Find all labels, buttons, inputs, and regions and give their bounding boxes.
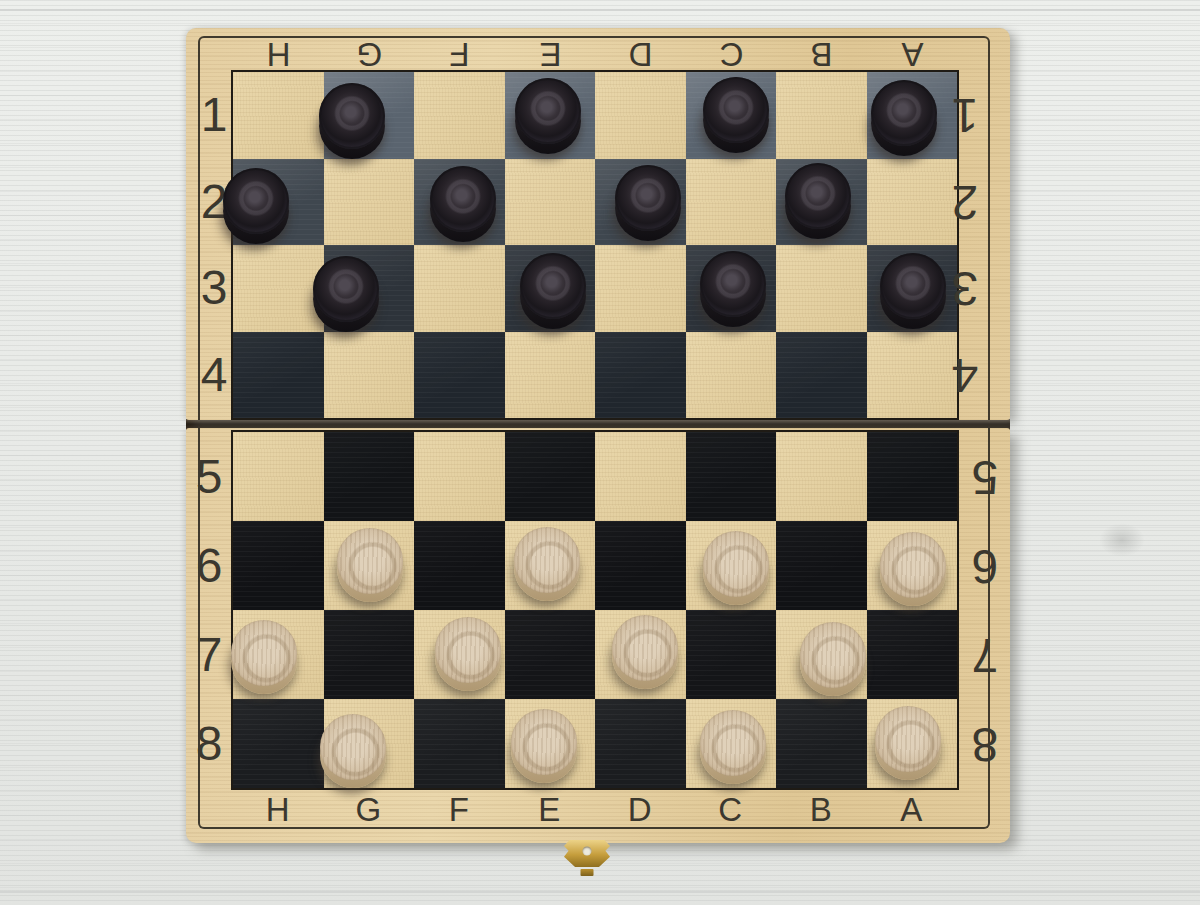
square-H5[interactable] — [233, 432, 324, 521]
rank-label-right-1: 1 — [952, 91, 979, 139]
file-label-top-E: E — [538, 38, 561, 71]
file-label-top-F: F — [449, 38, 470, 71]
rank-label-right-3: 3 — [952, 264, 979, 312]
square-B5[interactable] — [776, 432, 867, 521]
square-H3[interactable] — [233, 245, 324, 332]
dark-checker-E1[interactable] — [515, 78, 581, 156]
rank-label-right-8: 8 — [972, 720, 999, 768]
dark-checker-D2[interactable] — [615, 165, 681, 243]
square-H4[interactable] — [233, 332, 324, 419]
checker-ring — [319, 83, 385, 149]
file-label-bottom-D: D — [628, 793, 653, 826]
file-label-bottom-H: H — [266, 793, 291, 826]
file-label-bottom-F: F — [449, 793, 470, 826]
square-D1[interactable] — [595, 72, 686, 159]
light-checker-F7[interactable] — [435, 617, 501, 695]
light-checker-C8[interactable] — [700, 710, 766, 788]
square-F6[interactable] — [414, 521, 505, 610]
light-checker-B7[interactable] — [800, 622, 866, 700]
square-C5[interactable] — [686, 432, 777, 521]
dark-checker-E3[interactable] — [520, 253, 586, 331]
rank-label-right-5: 5 — [972, 453, 999, 501]
square-H8[interactable] — [233, 699, 324, 788]
light-checker-A8[interactable] — [875, 706, 941, 784]
rank-label-left-5: 5 — [196, 453, 223, 501]
rank-label-right-2: 2 — [952, 178, 979, 226]
file-label-bottom-E: E — [538, 793, 561, 826]
dark-checker-A1[interactable] — [871, 80, 937, 158]
brass-clasp-body — [564, 840, 610, 867]
light-checker-G6[interactable] — [337, 528, 403, 606]
checker-ring — [515, 78, 581, 144]
square-F8[interactable] — [414, 699, 505, 788]
checker-ring — [320, 714, 386, 780]
brass-clasp-tab — [581, 869, 594, 876]
square-B4[interactable] — [776, 332, 867, 419]
light-checker-C6[interactable] — [703, 531, 769, 609]
square-G7[interactable] — [324, 610, 415, 699]
square-F3[interactable] — [414, 245, 505, 332]
checker-ring — [612, 615, 678, 681]
square-C2[interactable] — [686, 159, 777, 246]
rank-label-left-6: 6 — [196, 542, 223, 590]
checker-ring — [880, 532, 946, 598]
light-checker-E6[interactable] — [514, 527, 580, 605]
file-label-bottom-A: A — [900, 793, 923, 826]
checker-ring — [700, 710, 766, 776]
square-G4[interactable] — [324, 332, 415, 419]
square-E5[interactable] — [505, 432, 596, 521]
file-label-bottom-C: C — [718, 793, 743, 826]
square-G2[interactable] — [324, 159, 415, 246]
square-F5[interactable] — [414, 432, 505, 521]
checker-ring — [514, 527, 580, 593]
checker-ring — [880, 253, 946, 319]
checker-ring — [700, 251, 766, 317]
checker-ring — [430, 166, 496, 232]
rank-label-right-7: 7 — [972, 631, 999, 679]
rank-label-left-1: 1 — [201, 91, 228, 139]
checker-ring — [703, 77, 769, 143]
brass-clasp-hole — [583, 846, 592, 855]
square-C7[interactable] — [686, 610, 777, 699]
rank-label-left-7: 7 — [196, 631, 223, 679]
light-checker-G8[interactable] — [320, 714, 386, 792]
square-E7[interactable] — [505, 610, 596, 699]
file-label-bottom-G: G — [355, 793, 382, 826]
file-label-top-D: D — [628, 38, 653, 71]
square-E4[interactable] — [505, 332, 596, 419]
checker-ring — [785, 163, 851, 229]
file-label-top-B: B — [810, 38, 833, 71]
checker-ring — [615, 165, 681, 231]
checker-ring — [800, 622, 866, 688]
checker-ring — [520, 253, 586, 319]
square-D4[interactable] — [595, 332, 686, 419]
file-label-top-C: C — [718, 38, 743, 71]
light-checker-E8[interactable] — [511, 709, 577, 787]
square-D5[interactable] — [595, 432, 686, 521]
dark-checker-B2[interactable] — [785, 163, 851, 241]
dark-checker-G1[interactable] — [319, 83, 385, 161]
square-H1[interactable] — [233, 72, 324, 159]
rank-label-left-8: 8 — [196, 720, 223, 768]
square-A2[interactable] — [867, 159, 958, 246]
checker-ring — [337, 528, 403, 594]
dark-checker-G3[interactable] — [313, 256, 379, 334]
square-F4[interactable] — [414, 332, 505, 419]
checker-ring — [435, 617, 501, 683]
square-D8[interactable] — [595, 699, 686, 788]
square-B3[interactable] — [776, 245, 867, 332]
square-A7[interactable] — [867, 610, 958, 699]
file-label-top-G: G — [355, 38, 382, 71]
rank-label-right-6: 6 — [972, 542, 999, 590]
dark-checker-A3[interactable] — [880, 253, 946, 331]
square-C4[interactable] — [686, 332, 777, 419]
dark-checker-C3[interactable] — [700, 251, 766, 329]
dark-checker-H2[interactable] — [223, 168, 289, 246]
table-plank-seam-top — [0, 9, 1200, 11]
checker-ring — [875, 706, 941, 772]
rank-label-left-4: 4 — [201, 351, 228, 399]
square-F1[interactable] — [414, 72, 505, 159]
square-H6[interactable] — [233, 521, 324, 610]
file-label-top-A: A — [900, 38, 923, 71]
rank-label-right-4: 4 — [952, 351, 979, 399]
square-B1[interactable] — [776, 72, 867, 159]
light-checker-D7[interactable] — [612, 615, 678, 693]
checker-ring — [871, 80, 937, 146]
checker-ring — [703, 531, 769, 597]
square-E2[interactable] — [505, 159, 596, 246]
brass-clasp — [560, 840, 614, 874]
square-B8[interactable] — [776, 699, 867, 788]
checker-ring — [511, 709, 577, 775]
checker-ring — [313, 256, 379, 322]
square-A5[interactable] — [867, 432, 958, 521]
table-plank-seam-bottom — [0, 891, 1200, 893]
square-A4[interactable] — [867, 332, 958, 419]
square-G5[interactable] — [324, 432, 415, 521]
dark-checker-C1[interactable] — [703, 77, 769, 155]
checker-ring — [231, 620, 297, 686]
rank-label-left-3: 3 — [201, 264, 228, 312]
dark-checker-F2[interactable] — [430, 166, 496, 244]
table-smudge — [1099, 523, 1145, 557]
file-label-top-H: H — [266, 38, 291, 71]
checker-ring — [223, 168, 289, 234]
square-D3[interactable] — [595, 245, 686, 332]
file-label-bottom-B: B — [810, 793, 833, 826]
square-D6[interactable] — [595, 521, 686, 610]
light-checker-H7[interactable] — [231, 620, 297, 698]
square-B6[interactable] — [776, 521, 867, 610]
light-checker-A6[interactable] — [880, 532, 946, 610]
